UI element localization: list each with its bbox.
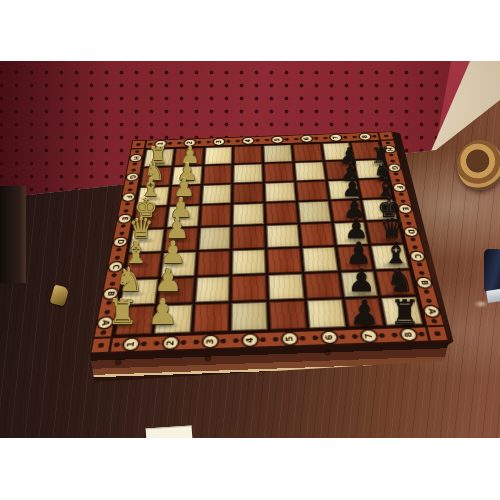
square-e5[interactable]	[266, 202, 298, 223]
square-e6[interactable]	[298, 201, 331, 222]
coordinate-cell-front-6: 6	[308, 329, 349, 346]
square-c5[interactable]	[267, 248, 301, 273]
square-h5[interactable]	[264, 145, 293, 163]
coordinate-label: 4	[243, 138, 253, 144]
photo-matte-top	[0, 0, 500, 61]
square-a5[interactable]	[269, 301, 306, 330]
square-a3[interactable]	[193, 303, 230, 332]
coordinate-label: 3	[213, 139, 223, 145]
coordinate-label: B	[417, 277, 432, 287]
dark-bottle	[484, 249, 500, 293]
coordinate-label: F	[123, 193, 135, 201]
coordinate-label: 7	[361, 330, 377, 341]
coordinate-label: 4	[243, 334, 257, 345]
square-h3[interactable]	[204, 147, 232, 165]
coordinate-label: A	[424, 306, 440, 317]
coordinate-cell-front-3: 3	[189, 333, 229, 350]
coordinate-label: 2	[163, 337, 178, 349]
square-f5[interactable]	[265, 182, 296, 202]
square-f3[interactable]	[201, 184, 231, 204]
square-d4[interactable]	[233, 226, 265, 249]
square-a6[interactable]	[307, 300, 346, 329]
coordinate-label: 1	[123, 339, 138, 351]
coordinate-label: 3	[203, 336, 217, 348]
square-a4[interactable]	[231, 302, 267, 331]
coordinate-label: 7	[330, 135, 341, 141]
photo-matte-bottom	[0, 438, 500, 500]
square-g3[interactable]	[203, 165, 232, 184]
square-b3[interactable]	[195, 276, 230, 303]
coordinate-label: 5	[272, 137, 282, 143]
piece-black-rook-a8[interactable]: ♜	[390, 295, 420, 329]
piece-gold-rook-a1[interactable]: ♜	[107, 295, 137, 329]
square-b4[interactable]	[232, 275, 267, 302]
photograph: 12345678 12345678 ABCDEFGH ABCDEFGH ♜♞♝♛…	[0, 0, 500, 500]
square-g4[interactable]	[234, 164, 263, 183]
coordinate-label: C	[410, 251, 425, 260]
square-e4[interactable]	[233, 204, 264, 226]
square-c4[interactable]	[232, 249, 265, 274]
square-f6[interactable]	[296, 181, 328, 201]
coordinate-label: D	[404, 227, 418, 236]
wooden-bowl	[457, 140, 500, 190]
square-b5[interactable]	[268, 273, 304, 300]
coordinate-label: 8	[359, 134, 370, 140]
square-h4[interactable]	[234, 146, 262, 164]
coordinate-cell-front-2: 2	[149, 335, 190, 352]
square-e3[interactable]	[200, 205, 231, 227]
square-f4[interactable]	[233, 183, 263, 203]
coordinate-cell-front-4: 4	[229, 332, 269, 349]
square-h6[interactable]	[293, 144, 322, 162]
square-d6[interactable]	[300, 223, 334, 246]
piece-black-pawn-a7[interactable]: ♟	[349, 295, 379, 329]
square-d3[interactable]	[198, 227, 231, 250]
coordinate-cell-front-5: 5	[269, 330, 310, 347]
square-g6[interactable]	[294, 162, 325, 181]
coordinate-label: 6	[301, 136, 312, 142]
dark-object-left	[0, 186, 26, 283]
piece-gold-pawn-a2[interactable]: ♟	[147, 295, 177, 329]
bottle-label	[486, 289, 500, 303]
square-g5[interactable]	[264, 163, 294, 182]
square-c6[interactable]	[302, 247, 337, 272]
table-glint	[474, 300, 488, 308]
coordinate-label: G	[126, 173, 138, 180]
square-d5[interactable]	[266, 224, 299, 247]
border-corner	[426, 326, 449, 342]
coordinate-cell-front-1: 1	[109, 336, 151, 353]
square-c3[interactable]	[196, 250, 230, 275]
coordinate-label: 5	[282, 333, 296, 344]
coordinate-label: 6	[321, 332, 336, 343]
square-b6[interactable]	[304, 272, 341, 299]
coordinate-label: H	[130, 154, 141, 161]
